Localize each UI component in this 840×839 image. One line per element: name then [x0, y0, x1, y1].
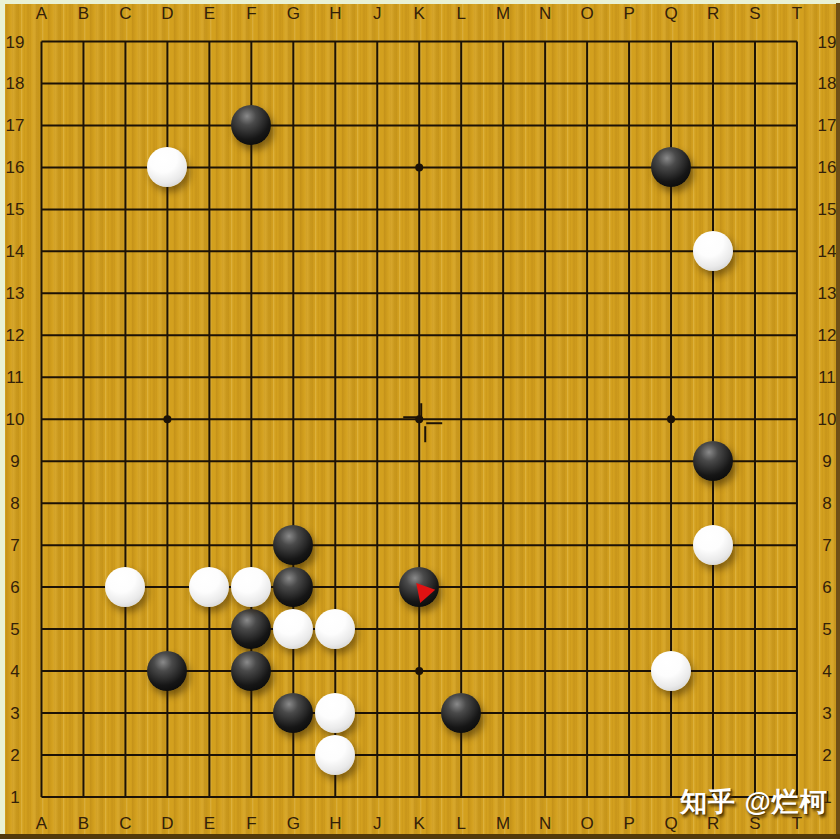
row-label-left-3: 3 [10, 705, 19, 722]
row-label-right-2: 2 [822, 746, 831, 763]
row-label-right-8: 8 [822, 495, 831, 512]
star-point-K10 [415, 415, 423, 423]
row-label-right-16: 16 [818, 159, 837, 176]
row-label-left-18: 18 [6, 75, 25, 92]
col-label-top-S: S [749, 5, 760, 22]
col-label-top-E: E [204, 5, 215, 22]
col-label-bottom-H: H [329, 815, 341, 832]
board-edge-top-highlight [0, 0, 840, 4]
row-label-left-14: 14 [6, 243, 25, 260]
col-label-bottom-B: B [78, 815, 89, 832]
col-label-top-M: M [496, 5, 510, 22]
col-label-bottom-R: R [707, 815, 719, 832]
col-label-top-F: F [246, 5, 256, 22]
col-label-top-N: N [539, 5, 551, 22]
col-label-bottom-Q: Q [664, 815, 677, 832]
star-point-Q10 [667, 415, 675, 423]
row-label-left-7: 7 [10, 537, 19, 554]
row-label-right-10: 10 [818, 411, 837, 428]
board-edge-right-shadow [836, 3, 840, 834]
col-label-bottom-N: N [539, 815, 551, 832]
row-label-left-13: 13 [6, 285, 25, 302]
row-label-right-15: 15 [818, 201, 837, 218]
row-label-left-9: 9 [10, 453, 19, 470]
row-label-right-18: 18 [818, 75, 837, 92]
stone-black-R9 [693, 441, 733, 481]
board-edge-bottom-shadow [0, 834, 840, 839]
row-label-right-7: 7 [822, 537, 831, 554]
col-label-top-T: T [792, 5, 802, 22]
col-label-bottom-C: C [119, 815, 131, 832]
col-label-top-A: A [36, 5, 47, 22]
row-label-left-12: 12 [6, 327, 25, 344]
row-label-left-15: 15 [6, 201, 25, 218]
col-label-top-H: H [329, 5, 341, 22]
col-label-top-Q: Q [664, 5, 677, 22]
col-label-bottom-O: O [580, 815, 593, 832]
row-label-left-16: 16 [6, 159, 25, 176]
stone-white-Q4 [651, 651, 691, 691]
col-label-bottom-E: E [204, 815, 215, 832]
row-label-left-19: 19 [6, 33, 25, 50]
row-label-left-11: 11 [6, 369, 24, 386]
row-label-right-12: 12 [818, 327, 837, 344]
row-label-left-2: 2 [10, 746, 19, 763]
col-label-top-G: G [287, 5, 300, 22]
row-label-right-11: 11 [818, 369, 836, 386]
stone-black-L3 [441, 693, 481, 733]
row-label-left-1: 1 [10, 788, 19, 805]
go-board-diagram[interactable]: ABCDEFGHJKLMNOPQRST ABCDEFGHJKLMNOPQRST … [0, 0, 840, 839]
row-label-right-19: 19 [818, 33, 837, 50]
col-label-top-B: B [78, 5, 89, 22]
row-label-left-4: 4 [10, 663, 19, 680]
col-label-bottom-K: K [414, 815, 425, 832]
row-label-right-6: 6 [822, 579, 831, 596]
col-label-bottom-D: D [161, 815, 173, 832]
row-label-right-14: 14 [818, 243, 837, 260]
col-label-bottom-F: F [246, 815, 256, 832]
col-label-top-R: R [707, 5, 719, 22]
last-move-marker [416, 583, 435, 603]
star-point-D10 [163, 415, 171, 423]
row-label-right-13: 13 [818, 285, 837, 302]
board-edge-left-highlight [0, 0, 5, 834]
col-label-top-K: K [414, 5, 425, 22]
stone-white-R7 [693, 525, 733, 565]
row-label-right-5: 5 [822, 621, 831, 638]
col-label-bottom-A: A [36, 815, 47, 832]
col-label-top-J: J [373, 5, 382, 22]
col-label-bottom-L: L [456, 815, 465, 832]
col-label-top-C: C [119, 5, 131, 22]
row-label-left-10: 10 [6, 411, 25, 428]
star-point-K16 [415, 163, 423, 171]
row-label-left-8: 8 [10, 495, 19, 512]
row-label-left-6: 6 [10, 579, 19, 596]
col-label-bottom-J: J [373, 815, 382, 832]
center-crosshair-marker [403, 403, 442, 442]
row-label-right-4: 4 [822, 663, 831, 680]
col-label-top-O: O [580, 5, 593, 22]
stone-white-H2 [315, 735, 355, 775]
col-label-top-D: D [161, 5, 173, 22]
row-label-right-17: 17 [818, 117, 837, 134]
star-point-K4 [415, 667, 423, 675]
col-label-bottom-P: P [623, 815, 634, 832]
watermark: 知乎 @烂柯 [680, 789, 828, 816]
col-label-top-L: L [456, 5, 465, 22]
row-label-left-17: 17 [6, 117, 25, 134]
col-label-bottom-S: S [749, 815, 760, 832]
board-grid [0, 0, 840, 839]
col-label-bottom-T: T [792, 815, 802, 832]
row-label-left-5: 5 [10, 621, 19, 638]
col-label-bottom-G: G [287, 815, 300, 832]
row-label-right-3: 3 [822, 705, 831, 722]
col-label-bottom-M: M [496, 815, 510, 832]
row-label-right-9: 9 [822, 453, 831, 470]
col-label-top-P: P [623, 5, 634, 22]
